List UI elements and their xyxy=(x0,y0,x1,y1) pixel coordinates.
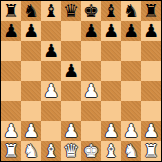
square-a8[interactable]: ♜ xyxy=(1,1,21,21)
white-pawn: ♟ xyxy=(43,81,59,101)
square-a5[interactable] xyxy=(1,61,21,81)
black-pawn: ♟ xyxy=(83,21,99,41)
square-e2[interactable] xyxy=(81,121,101,141)
square-g7[interactable]: ♟ xyxy=(121,21,141,41)
white-pawn: ♟ xyxy=(3,121,19,141)
square-a7[interactable]: ♟ xyxy=(1,21,21,41)
black-pawn: ♟ xyxy=(63,61,79,81)
square-f5[interactable] xyxy=(101,61,121,81)
black-pawn: ♟ xyxy=(103,21,119,41)
black-pawn: ♟ xyxy=(143,21,159,41)
black-rook: ♜ xyxy=(3,1,19,21)
square-c4[interactable]: ♟ xyxy=(41,81,61,101)
square-d8[interactable]: ♛ xyxy=(61,1,81,21)
black-queen: ♛ xyxy=(63,1,79,21)
square-e4[interactable]: ♟ xyxy=(81,81,101,101)
black-king: ♚ xyxy=(83,1,99,21)
white-rook: ♜ xyxy=(3,141,19,161)
white-queen: ♛ xyxy=(63,141,79,161)
square-f4[interactable] xyxy=(101,81,121,101)
square-c6[interactable]: ♟ xyxy=(41,41,61,61)
square-d4[interactable] xyxy=(61,81,81,101)
square-b7[interactable]: ♟ xyxy=(21,21,41,41)
white-pawn: ♟ xyxy=(103,121,119,141)
square-g4[interactable] xyxy=(121,81,141,101)
square-e1[interactable]: ♚ xyxy=(81,141,101,161)
square-b1[interactable]: ♞ xyxy=(21,141,41,161)
square-a1[interactable]: ♜ xyxy=(1,141,21,161)
square-c5[interactable] xyxy=(41,61,61,81)
square-c2[interactable] xyxy=(41,121,61,141)
square-h6[interactable] xyxy=(141,41,161,61)
white-pawn: ♟ xyxy=(23,121,39,141)
square-b5[interactable] xyxy=(21,61,41,81)
square-d1[interactable]: ♛ xyxy=(61,141,81,161)
square-g5[interactable] xyxy=(121,61,141,81)
square-f7[interactable]: ♟ xyxy=(101,21,121,41)
white-bishop: ♝ xyxy=(43,141,59,161)
square-h2[interactable]: ♟ xyxy=(141,121,161,141)
square-e6[interactable] xyxy=(81,41,101,61)
square-d3[interactable] xyxy=(61,101,81,121)
square-e5[interactable] xyxy=(81,61,101,81)
white-pawn: ♟ xyxy=(63,121,79,141)
square-g2[interactable]: ♟ xyxy=(121,121,141,141)
white-pawn: ♟ xyxy=(123,121,139,141)
square-h4[interactable] xyxy=(141,81,161,101)
square-h1[interactable]: ♜ xyxy=(141,141,161,161)
square-d6[interactable] xyxy=(61,41,81,61)
black-rook: ♜ xyxy=(143,1,159,21)
square-g8[interactable]: ♞ xyxy=(121,1,141,21)
square-b8[interactable]: ♞ xyxy=(21,1,41,21)
square-f2[interactable]: ♟ xyxy=(101,121,121,141)
square-b3[interactable] xyxy=(21,101,41,121)
square-e7[interactable]: ♟ xyxy=(81,21,101,41)
black-knight: ♞ xyxy=(23,1,39,21)
square-d7[interactable] xyxy=(61,21,81,41)
square-b6[interactable] xyxy=(21,41,41,61)
white-pawn: ♟ xyxy=(83,81,99,101)
square-g6[interactable] xyxy=(121,41,141,61)
square-a6[interactable] xyxy=(1,41,21,61)
square-e8[interactable]: ♚ xyxy=(81,1,101,21)
black-pawn: ♟ xyxy=(123,21,139,41)
square-b4[interactable] xyxy=(21,81,41,101)
chess-board: ♜♞♝♛♚♝♞♜♟♟♟♟♟♟♟♟♟♟♟♟♟♟♟♟♜♞♝♛♚♝♞♜ xyxy=(0,0,162,162)
white-pawn: ♟ xyxy=(143,121,159,141)
square-a3[interactable] xyxy=(1,101,21,121)
square-f6[interactable] xyxy=(101,41,121,61)
white-king: ♚ xyxy=(83,141,99,161)
square-a4[interactable] xyxy=(1,81,21,101)
square-d5[interactable]: ♟ xyxy=(61,61,81,81)
square-f8[interactable]: ♝ xyxy=(101,1,121,21)
square-c7[interactable] xyxy=(41,21,61,41)
black-pawn: ♟ xyxy=(23,21,39,41)
black-knight: ♞ xyxy=(123,1,139,21)
black-pawn: ♟ xyxy=(43,41,59,61)
square-c1[interactable]: ♝ xyxy=(41,141,61,161)
square-h5[interactable] xyxy=(141,61,161,81)
white-knight: ♞ xyxy=(23,141,39,161)
square-g3[interactable] xyxy=(121,101,141,121)
square-f3[interactable] xyxy=(101,101,121,121)
white-rook: ♜ xyxy=(143,141,159,161)
black-bishop: ♝ xyxy=(103,1,119,21)
black-pawn: ♟ xyxy=(3,21,19,41)
square-e3[interactable] xyxy=(81,101,101,121)
square-g1[interactable]: ♞ xyxy=(121,141,141,161)
square-d2[interactable]: ♟ xyxy=(61,121,81,141)
black-bishop: ♝ xyxy=(43,1,59,21)
square-f1[interactable]: ♝ xyxy=(101,141,121,161)
square-h8[interactable]: ♜ xyxy=(141,1,161,21)
square-a2[interactable]: ♟ xyxy=(1,121,21,141)
square-c8[interactable]: ♝ xyxy=(41,1,61,21)
square-h3[interactable] xyxy=(141,101,161,121)
white-knight: ♞ xyxy=(123,141,139,161)
square-h7[interactable]: ♟ xyxy=(141,21,161,41)
square-c3[interactable] xyxy=(41,101,61,121)
square-b2[interactable]: ♟ xyxy=(21,121,41,141)
white-bishop: ♝ xyxy=(103,141,119,161)
